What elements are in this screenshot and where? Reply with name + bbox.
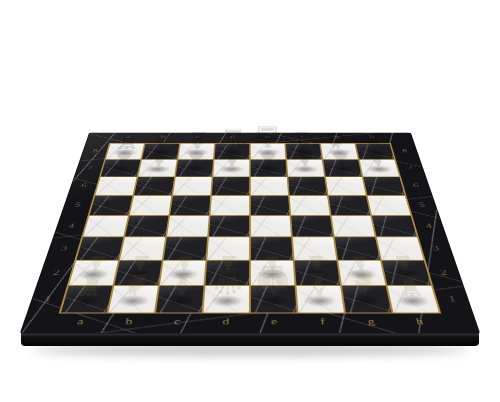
rank-label: 2 — [430, 260, 458, 285]
square-h5[interactable] — [368, 196, 411, 215]
black-pawn-glyph: ♟ — [107, 119, 133, 172]
rank-label: 5 — [410, 195, 434, 215]
rank-label: 7 — [79, 159, 101, 176]
file-labels-bottom: abcdefgh — [54, 317, 447, 330]
square-a5[interactable] — [90, 196, 133, 215]
file-label: g — [346, 317, 397, 330]
black-pawn-glyph: ♟ — [218, 119, 244, 172]
black-pawn-glyph: ♟ — [181, 119, 207, 172]
square-a6[interactable] — [95, 177, 136, 195]
rank-label: 5 — [66, 195, 90, 215]
rank-label: 1 — [438, 286, 468, 314]
file-label: d — [201, 317, 250, 330]
rank-label: 1 — [33, 286, 63, 314]
rank-label: 6 — [405, 177, 428, 196]
rank-label: 6 — [72, 177, 95, 196]
square-g7[interactable]: ♟♟ — [323, 160, 361, 177]
white-king-glyph: ♚ — [250, 210, 297, 305]
square-g5[interactable] — [329, 196, 371, 215]
square-b1[interactable]: ♞♞ — [109, 286, 158, 312]
white-bishop-glyph: ♝ — [161, 230, 198, 305]
black-pawn-glyph: ♟ — [256, 119, 282, 172]
rank-label: 8 — [394, 143, 415, 159]
square-c7[interactable]: ♟♟ — [176, 160, 213, 177]
black-pawn-glyph: ♟ — [330, 119, 356, 172]
square-e6[interactable] — [251, 177, 288, 195]
square-c1[interactable]: ♝♝ — [156, 286, 204, 312]
square-f6[interactable] — [288, 177, 327, 195]
square-d1[interactable]: ♛♛ — [203, 286, 249, 312]
file-label: h — [394, 317, 446, 330]
file-label: b — [103, 317, 154, 330]
square-g6[interactable] — [326, 177, 366, 195]
black-pawn-glyph: ♟ — [293, 119, 319, 172]
chess-set-photo: abcdefgh abcdefgh 87654321 87654321 ♜♜♞♞… — [0, 0, 500, 402]
square-h1[interactable]: ♜♜ — [388, 286, 439, 312]
file-label: c — [152, 317, 202, 330]
white-bishop-glyph: ♝ — [302, 230, 339, 305]
white-knight-glyph: ♞ — [350, 234, 385, 305]
square-c5[interactable] — [170, 196, 210, 215]
square-e7[interactable]: ♟♟ — [251, 160, 287, 177]
rank-label: 2 — [42, 260, 70, 285]
square-c6[interactable] — [173, 177, 212, 195]
file-label: e — [250, 317, 299, 330]
chess-board: abcdefgh abcdefgh 87654321 87654321 ♜♜♞♞… — [21, 133, 479, 333]
square-d7[interactable]: ♟♟ — [213, 160, 249, 177]
white-knight-glyph: ♞ — [115, 234, 150, 305]
black-pawn-glyph: ♟ — [144, 119, 170, 172]
rank-label: 7 — [399, 159, 421, 176]
square-f1[interactable]: ♝♝ — [296, 286, 344, 312]
rank-label: 8 — [84, 143, 105, 159]
square-b6[interactable] — [134, 177, 174, 195]
square-h7[interactable]: ♟♟ — [360, 160, 400, 177]
square-h6[interactable] — [363, 177, 404, 195]
square-b7[interactable]: ♟♟ — [138, 160, 176, 177]
black-pawn-glyph: ♟ — [367, 119, 393, 172]
white-queen-glyph: ♛ — [205, 218, 248, 305]
square-e1[interactable]: ♚♚ — [251, 286, 297, 312]
square-a7[interactable]: ♟♟ — [101, 160, 141, 177]
board-front-edge — [21, 332, 479, 346]
square-d6[interactable] — [212, 177, 249, 195]
file-label: f — [298, 317, 348, 330]
square-g1[interactable]: ♞♞ — [342, 286, 391, 312]
square-a1[interactable]: ♜♜ — [61, 286, 112, 312]
board-grid: ♜♜♞♞♝♝♛♛♚♚♝♝♞♞♜♜♟♟♟♟♟♟♟♟♟♟♟♟♟♟♟♟♟♟♟♟♟♟♟♟… — [59, 143, 442, 314]
file-label: a — [54, 317, 106, 330]
square-f7[interactable]: ♟♟ — [287, 160, 324, 177]
square-b5[interactable] — [130, 196, 172, 215]
